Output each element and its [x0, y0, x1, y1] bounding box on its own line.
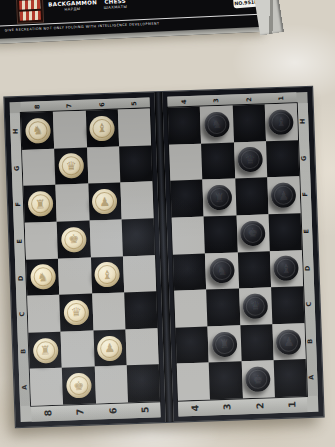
- checker-engraving-icon: ♟: [278, 189, 289, 201]
- checker-engraving-icon: ♞: [211, 118, 222, 130]
- product-box: BACKGAMMON НАРДЫ CHESS ШАХМАТЫ ♜ ♛ ♙ ♟ M…: [0, 0, 264, 44]
- cell-h4: [168, 107, 202, 145]
- cell-b4: [175, 326, 209, 364]
- black-checker-d3[interactable]: ♞: [209, 258, 235, 284]
- cell-a6: [94, 366, 128, 404]
- white-checker-f6[interactable]: ♟: [92, 189, 118, 215]
- checker-engraving-icon: ♞: [37, 271, 48, 283]
- checkers-board: 87658765HGFEDCBA♞♝♛♜♟♚♞♝♛♜♟♚ 43214321HGF…: [4, 87, 323, 428]
- cell-c6: [92, 293, 126, 331]
- checker-engraving-icon: ♛: [245, 154, 256, 166]
- checker-engraving-icon: ♚: [73, 380, 84, 392]
- cell-d7: [58, 257, 92, 295]
- black-checker-b3[interactable]: ♜: [212, 331, 238, 357]
- checker-engraving-icon: ♝: [281, 262, 292, 274]
- black-checker-e2[interactable]: ♚: [240, 220, 266, 246]
- cell-e5: [121, 218, 155, 256]
- cell-g6: [87, 146, 121, 184]
- cell-b2: [240, 324, 274, 362]
- cell-c2: ♛: [239, 287, 273, 325]
- cell-b6: ♟: [93, 329, 127, 367]
- black-checker-g2[interactable]: ♛: [237, 147, 263, 173]
- cell-f5: [120, 182, 154, 220]
- cell-e8: [25, 222, 59, 260]
- cell-f1: ♟: [267, 176, 301, 214]
- cell-b7: [61, 330, 95, 368]
- cell-c4: [174, 290, 208, 328]
- checker-engraving-icon: ♜: [35, 198, 46, 210]
- chess-title-block: CHESS ШАХМАТЫ: [96, 0, 134, 11]
- cell-h2: [232, 104, 266, 142]
- cell-f7: [56, 184, 90, 222]
- checker-engraving-icon: ♜: [214, 191, 225, 203]
- cell-f2: [235, 178, 269, 216]
- checker-engraving-icon: ♝: [102, 269, 113, 281]
- white-checker-c7[interactable]: ♛: [63, 300, 89, 326]
- cell-d5: [123, 255, 157, 293]
- black-checker-h3[interactable]: ♞: [204, 111, 230, 137]
- checker-engraving-icon: ♟: [104, 342, 115, 354]
- backgammon-points-top: [19, 0, 40, 10]
- cell-a2: ♚: [241, 361, 275, 399]
- cell-b8: ♜: [29, 331, 63, 369]
- cell-e2: ♚: [236, 214, 270, 252]
- cell-c3: [206, 289, 240, 327]
- board-left-half: 87658765HGFEDCBA♞♝♛♜♟♚♞♝♛♜♟♚: [4, 92, 165, 427]
- photo-scene: BACKGAMMON НАРДЫ CHESS ШАХМАТЫ ♜ ♛ ♙ ♟ M…: [0, 0, 335, 447]
- cell-g7: ♛: [54, 147, 88, 185]
- backgammon-box-art: [16, 0, 44, 24]
- cell-e3: [204, 215, 238, 253]
- cell-g8: [22, 148, 56, 186]
- cell-c1: [271, 286, 305, 324]
- cell-d1: ♝: [270, 250, 304, 288]
- black-checker-a2[interactable]: ♚: [245, 367, 271, 393]
- white-checker-h6[interactable]: ♝: [89, 115, 115, 141]
- checker-engraving-icon: ♟: [283, 336, 294, 348]
- cell-a4: [177, 363, 211, 401]
- cell-c5: [124, 291, 158, 329]
- left-half-squares: ♞♝♛♜♟♚♞♝♛♜♟♚: [21, 108, 160, 405]
- chess-subtitle: ШАХМАТЫ: [96, 4, 134, 10]
- checker-engraving-icon: ♝: [97, 122, 108, 134]
- cell-a8: [30, 368, 64, 406]
- black-checker-f1[interactable]: ♟: [271, 182, 297, 208]
- cell-h6: ♝: [85, 110, 119, 148]
- checker-engraving-icon: ♛: [71, 306, 82, 318]
- cell-g5: [119, 145, 153, 183]
- cell-h5: [118, 108, 152, 146]
- checker-engraving-icon: ♚: [252, 373, 263, 385]
- cell-d2: [237, 251, 271, 289]
- cell-a1: [273, 359, 307, 397]
- cell-f4: [170, 180, 204, 218]
- cell-f8: ♜: [23, 185, 57, 223]
- checker-engraving-icon: ♜: [219, 338, 230, 350]
- cell-d8: ♞: [26, 258, 60, 296]
- cell-g3: [201, 142, 235, 180]
- cell-d4: [173, 253, 207, 291]
- black-checker-h1[interactable]: ♝: [268, 109, 294, 135]
- cell-a3: [209, 362, 243, 400]
- white-checker-d8[interactable]: ♞: [30, 264, 56, 290]
- right-half-squares: ♞♝♛♜♟♚♞♝♛♜♟♚: [168, 103, 307, 400]
- white-checker-b8[interactable]: ♜: [32, 337, 58, 363]
- cell-b3: ♜: [208, 325, 242, 363]
- cell-h8: ♞: [21, 112, 55, 150]
- white-checker-a7[interactable]: ♚: [66, 373, 92, 399]
- cell-d3: ♞: [205, 252, 239, 290]
- checker-engraving-icon: ♞: [216, 265, 227, 277]
- checker-engraving-icon: ♛: [66, 160, 77, 172]
- checker-engraving-icon: ♟: [99, 195, 110, 207]
- cell-g4: [169, 143, 203, 181]
- board-right-half: 43214321HGFEDCBA♞♝♛♜♟♚♞♝♛♜♟♚: [162, 87, 323, 422]
- checker-engraving-icon: ♚: [68, 233, 79, 245]
- cell-a5: [127, 365, 161, 403]
- black-checker-f3[interactable]: ♜: [206, 185, 232, 211]
- cell-e1: [268, 213, 302, 251]
- checker-engraving-icon: ♞: [32, 124, 43, 136]
- cell-e7: ♚: [57, 220, 91, 258]
- cell-g2: ♛: [234, 141, 268, 179]
- cell-g1: [266, 140, 300, 178]
- cell-f3: ♜: [203, 179, 237, 217]
- white-checker-h8[interactable]: ♞: [25, 118, 51, 144]
- cell-d6: ♝: [90, 256, 124, 294]
- cell-a7: ♚: [62, 367, 96, 405]
- cell-c7: ♛: [60, 294, 94, 332]
- black-checker-b1[interactable]: ♟: [276, 329, 302, 355]
- backgammon-title-block: BACKGAMMON НАРДЫ: [48, 0, 96, 13]
- cell-h1: ♝: [264, 103, 298, 141]
- checker-engraving-icon: ♛: [250, 300, 261, 312]
- cell-b5: [125, 328, 159, 366]
- white-checker-f8[interactable]: ♜: [27, 191, 53, 217]
- cell-e4: [172, 216, 206, 254]
- cell-c8: [27, 295, 61, 333]
- backgammon-points-bottom: [20, 11, 41, 21]
- black-checker-c2[interactable]: ♛: [242, 293, 268, 319]
- white-checker-e7[interactable]: ♚: [61, 226, 87, 252]
- white-checker-g7[interactable]: ♛: [58, 153, 84, 179]
- white-checker-d6[interactable]: ♝: [94, 262, 120, 288]
- cell-f6: ♟: [88, 183, 122, 221]
- checker-engraving-icon: ♝: [276, 116, 287, 128]
- white-checker-b6[interactable]: ♟: [97, 335, 123, 361]
- cell-h3: ♞: [200, 106, 234, 144]
- cell-e6: [89, 219, 123, 257]
- cell-b1: ♟: [272, 323, 306, 361]
- checker-engraving-icon: ♚: [247, 227, 258, 239]
- checker-engraving-icon: ♜: [40, 344, 51, 356]
- cell-h7: [53, 111, 87, 149]
- black-checker-d1[interactable]: ♝: [273, 256, 299, 282]
